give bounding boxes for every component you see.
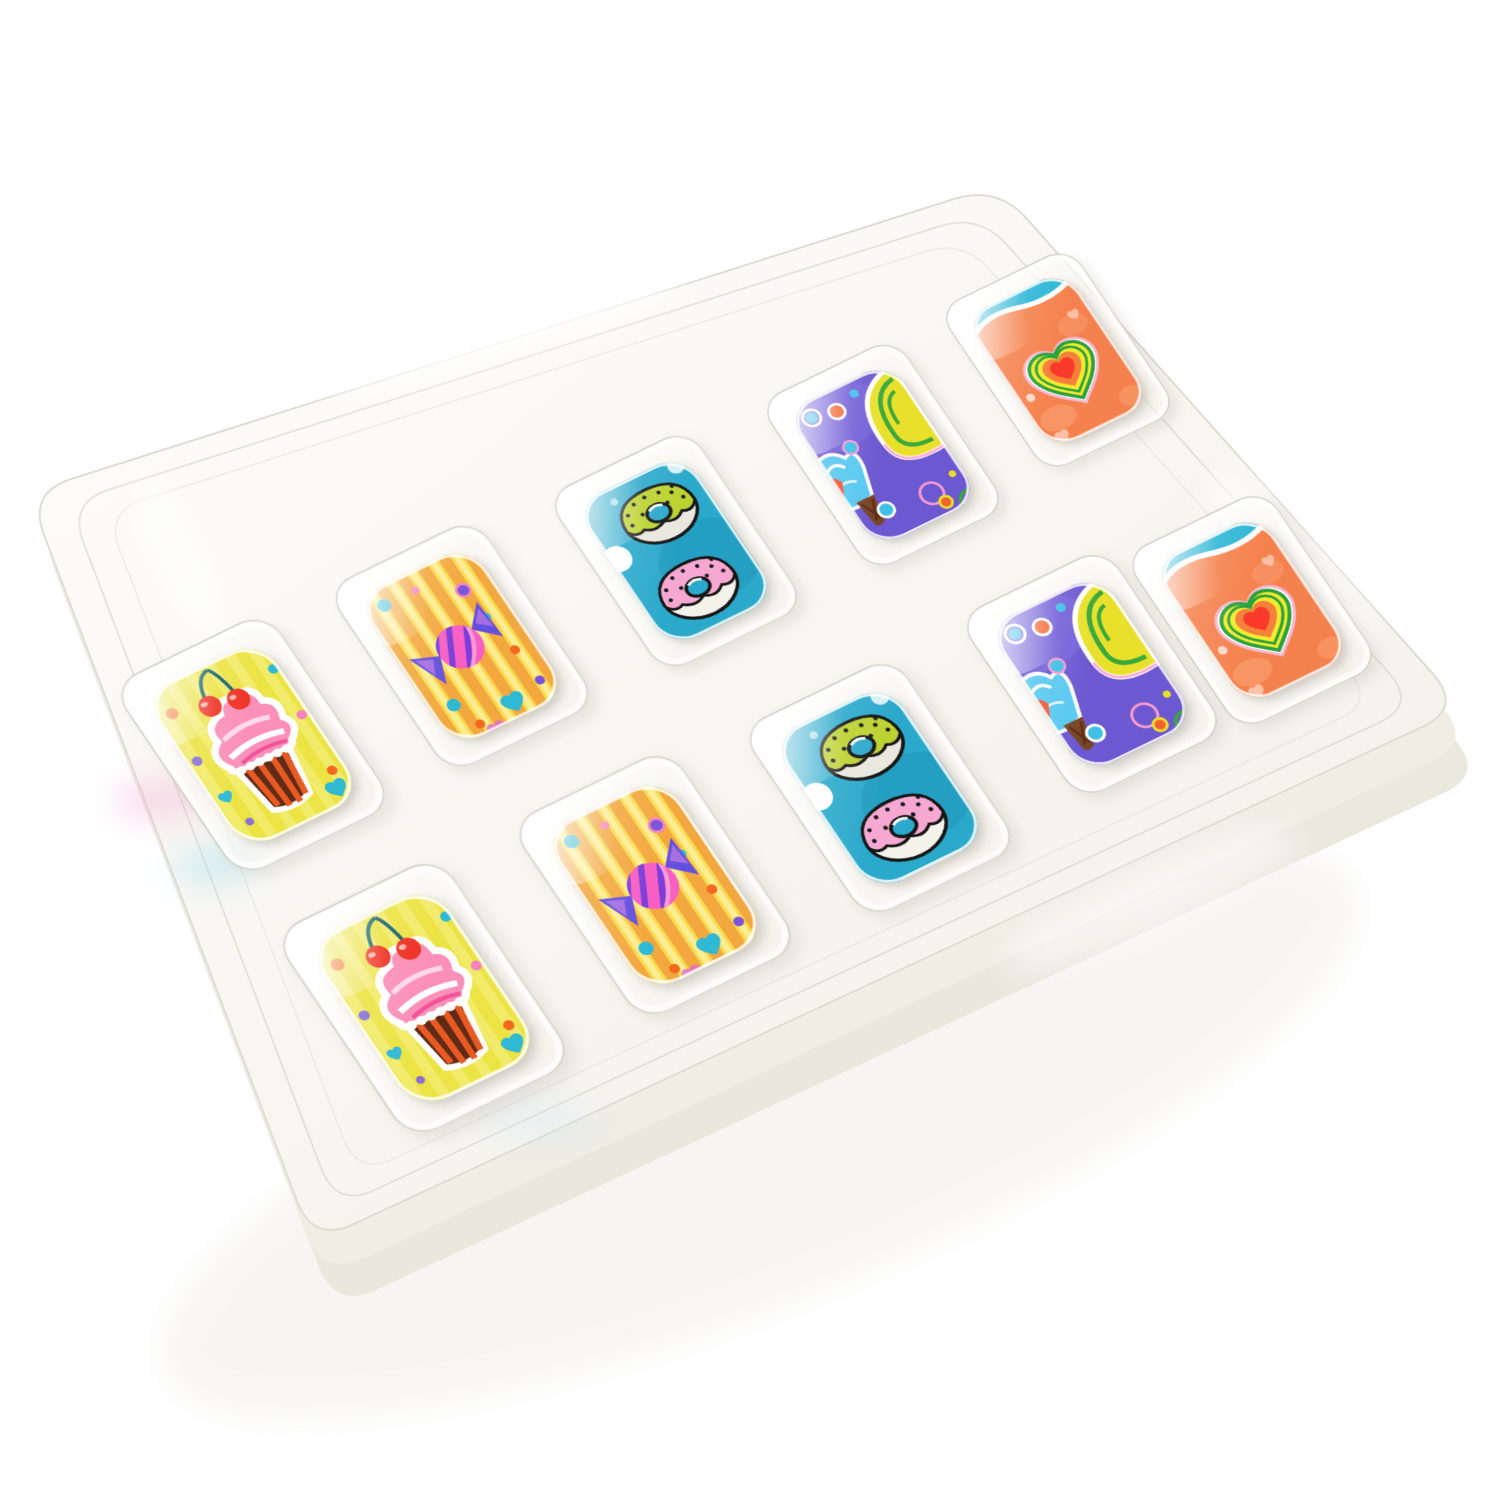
product-photo — [0, 0, 1500, 1500]
